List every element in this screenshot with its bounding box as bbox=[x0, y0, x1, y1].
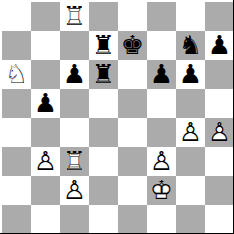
square-g5[interactable] bbox=[176, 89, 205, 118]
square-d4[interactable] bbox=[89, 118, 118, 147]
square-d6[interactable]: ♜ bbox=[89, 60, 118, 89]
white-king: ♚♔ bbox=[150, 176, 173, 205]
square-e1[interactable] bbox=[118, 205, 147, 234]
white-pawn-outline: ♙ bbox=[179, 117, 202, 147]
white-knight-outline: ♘ bbox=[5, 59, 28, 89]
square-f2[interactable]: ♚♔ bbox=[147, 176, 176, 205]
square-e4[interactable] bbox=[118, 118, 147, 147]
square-b4[interactable] bbox=[31, 118, 60, 147]
white-pawn-outline: ♙ bbox=[34, 146, 57, 176]
square-c4[interactable] bbox=[60, 118, 89, 147]
black-pawn: ♟ bbox=[179, 60, 202, 89]
square-c5[interactable] bbox=[60, 89, 89, 118]
board-border-right bbox=[233, 0, 234, 234]
chess-diagram: ♜♖♜♚♞♟♞♘♟♜♟♟♟♟♙♟♙♟♙♜♖♟♙♟♙♚♔ bbox=[0, 0, 234, 234]
board-border-bottom bbox=[0, 233, 234, 234]
white-rook: ♜♖ bbox=[63, 147, 86, 176]
square-h6[interactable] bbox=[205, 60, 234, 89]
square-g8[interactable] bbox=[176, 2, 205, 31]
square-a3[interactable] bbox=[2, 147, 31, 176]
square-f7[interactable] bbox=[147, 31, 176, 60]
square-b2[interactable] bbox=[31, 176, 60, 205]
square-e7[interactable]: ♚ bbox=[118, 31, 147, 60]
square-e2[interactable] bbox=[118, 176, 147, 205]
square-c7[interactable] bbox=[60, 31, 89, 60]
white-pawn-outline: ♙ bbox=[150, 146, 173, 176]
square-g4[interactable]: ♟♙ bbox=[176, 118, 205, 147]
white-pawn: ♟♙ bbox=[63, 176, 86, 205]
square-b5[interactable]: ♟ bbox=[31, 89, 60, 118]
white-rook-outline: ♖ bbox=[63, 146, 86, 176]
white-pawn: ♟♙ bbox=[179, 118, 202, 147]
square-d7[interactable]: ♜ bbox=[89, 31, 118, 60]
square-a8[interactable] bbox=[2, 2, 31, 31]
square-b7[interactable] bbox=[31, 31, 60, 60]
square-g1[interactable] bbox=[176, 205, 205, 234]
square-a4[interactable] bbox=[2, 118, 31, 147]
square-e6[interactable] bbox=[118, 60, 147, 89]
black-rook: ♜ bbox=[92, 60, 115, 89]
square-h8[interactable] bbox=[205, 2, 234, 31]
white-pawn-outline: ♙ bbox=[63, 175, 86, 205]
white-knight: ♞♘ bbox=[5, 60, 28, 89]
black-knight: ♞ bbox=[179, 31, 202, 60]
square-g7[interactable]: ♞ bbox=[176, 31, 205, 60]
black-rook: ♜ bbox=[92, 31, 115, 60]
square-f6[interactable]: ♟ bbox=[147, 60, 176, 89]
square-h2[interactable] bbox=[205, 176, 234, 205]
black-king: ♚ bbox=[121, 31, 144, 60]
square-a6[interactable]: ♞♘ bbox=[2, 60, 31, 89]
square-h4[interactable]: ♟♙ bbox=[205, 118, 234, 147]
square-e5[interactable] bbox=[118, 89, 147, 118]
square-h3[interactable] bbox=[205, 147, 234, 176]
square-f1[interactable] bbox=[147, 205, 176, 234]
square-c6[interactable]: ♟ bbox=[60, 60, 89, 89]
chess-board: ♜♖♜♚♞♟♞♘♟♜♟♟♟♟♙♟♙♟♙♜♖♟♙♟♙♚♔ bbox=[2, 2, 234, 234]
black-pawn: ♟ bbox=[150, 60, 173, 89]
square-a2[interactable] bbox=[2, 176, 31, 205]
black-pawn: ♟ bbox=[63, 60, 86, 89]
square-c3[interactable]: ♜♖ bbox=[60, 147, 89, 176]
square-a5[interactable] bbox=[2, 89, 31, 118]
square-h1[interactable] bbox=[205, 205, 234, 234]
square-g2[interactable] bbox=[176, 176, 205, 205]
square-f4[interactable] bbox=[147, 118, 176, 147]
square-d2[interactable] bbox=[89, 176, 118, 205]
square-a7[interactable] bbox=[2, 31, 31, 60]
white-rook-outline: ♖ bbox=[63, 1, 86, 31]
square-e3[interactable] bbox=[118, 147, 147, 176]
square-f3[interactable]: ♟♙ bbox=[147, 147, 176, 176]
white-pawn: ♟♙ bbox=[208, 118, 231, 147]
square-b8[interactable] bbox=[31, 2, 60, 31]
square-d1[interactable] bbox=[89, 205, 118, 234]
square-f5[interactable] bbox=[147, 89, 176, 118]
square-b3[interactable]: ♟♙ bbox=[31, 147, 60, 176]
black-pawn: ♟ bbox=[34, 89, 57, 118]
square-c8[interactable]: ♜♖ bbox=[60, 2, 89, 31]
white-pawn-outline: ♙ bbox=[208, 117, 231, 147]
square-g6[interactable]: ♟ bbox=[176, 60, 205, 89]
square-c1[interactable] bbox=[60, 205, 89, 234]
square-d3[interactable] bbox=[89, 147, 118, 176]
square-a1[interactable] bbox=[2, 205, 31, 234]
white-rook: ♜♖ bbox=[63, 2, 86, 31]
square-g3[interactable] bbox=[176, 147, 205, 176]
white-pawn: ♟♙ bbox=[34, 147, 57, 176]
square-h5[interactable] bbox=[205, 89, 234, 118]
square-b6[interactable] bbox=[31, 60, 60, 89]
black-pawn: ♟ bbox=[208, 31, 231, 60]
square-d5[interactable] bbox=[89, 89, 118, 118]
square-e8[interactable] bbox=[118, 2, 147, 31]
square-f8[interactable] bbox=[147, 2, 176, 31]
square-b1[interactable] bbox=[31, 205, 60, 234]
white-king-outline: ♔ bbox=[150, 175, 173, 205]
square-d8[interactable] bbox=[89, 2, 118, 31]
square-c2[interactable]: ♟♙ bbox=[60, 176, 89, 205]
square-h7[interactable]: ♟ bbox=[205, 31, 234, 60]
white-pawn: ♟♙ bbox=[150, 147, 173, 176]
